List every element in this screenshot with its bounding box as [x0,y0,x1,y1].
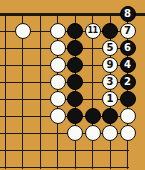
stone-black-move-2[interactable]: 2 [120,74,136,90]
stone-white[interactable] [50,23,66,39]
stone-white-move-3[interactable]: 3 [102,74,118,90]
stone-black[interactable] [67,23,83,39]
stone-number: 3 [107,77,114,87]
go-board[interactable]: 81175694321 [0,0,145,169]
stone-white-move-1[interactable]: 1 [102,91,118,107]
stone-white[interactable] [85,125,101,141]
stone-number: 11 [87,27,97,35]
stone-white[interactable] [67,125,83,141]
stone-number: 4 [124,60,131,70]
stone-white[interactable] [50,108,66,124]
stone-white[interactable] [15,23,31,39]
stone-number: 2 [124,77,131,87]
stone-black[interactable] [102,23,118,39]
go-diagram: 81175694321 [0,0,145,169]
stone-black[interactable] [102,108,118,124]
stone-white-move-9[interactable]: 9 [102,57,118,73]
stone-grid: 81175694321 [0,6,145,170]
stone-black-move-4[interactable]: 4 [120,57,136,73]
stone-black[interactable] [67,108,83,124]
stone-white-move-11[interactable]: 11 [85,23,101,39]
stone-black[interactable] [67,74,83,90]
stone-number: 6 [124,43,131,53]
stone-black-move-8[interactable]: 8 [120,6,136,22]
stone-white[interactable] [50,91,66,107]
stone-black[interactable] [85,108,101,124]
stone-number: 9 [107,60,114,70]
stone-number: 7 [124,26,131,36]
stone-number: 5 [107,43,114,53]
stone-white-move-7[interactable]: 7 [120,23,136,39]
stone-number: 1 [107,94,114,104]
stone-white[interactable] [50,40,66,56]
stone-white[interactable] [120,125,136,141]
stone-black[interactable] [67,40,83,56]
stone-white[interactable] [50,57,66,73]
stone-white-move-5[interactable]: 5 [102,40,118,56]
stone-black[interactable] [67,57,83,73]
stone-white[interactable] [120,108,136,124]
stone-white[interactable] [102,125,118,141]
stone-number: 8 [124,9,131,19]
stone-black[interactable] [67,91,83,107]
stone-black[interactable] [120,91,136,107]
stone-black-move-6[interactable]: 6 [120,40,136,56]
stone-white[interactable] [50,74,66,90]
